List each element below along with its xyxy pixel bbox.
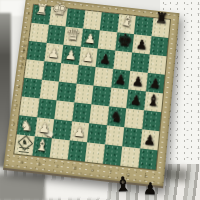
- piece-black-knight-f3[interactable]: ♞: [107, 107, 126, 125]
- table-highlight-bottom: [46, 179, 108, 199]
- square-g1[interactable]: [120, 146, 140, 167]
- square-e1[interactable]: [85, 142, 105, 163]
- chess-board-mat: abcdefgh 87654321 CHESS ♞ ♜♚♝♛♟♟♟♟♞♟♟♝♜♚…: [3, 0, 180, 188]
- piece-white-pawn-d2[interactable]: ♟: [70, 123, 89, 140]
- square-f2[interactable]: [105, 125, 125, 146]
- square-e2[interactable]: [87, 123, 107, 144]
- file-label-a: a: [13, 158, 32, 168]
- captured-black-pawn[interactable]: ♟: [143, 179, 158, 199]
- bishop-glyph: ♝: [34, 136, 50, 156]
- pawn-glyph: ♟: [84, 31, 97, 47]
- file-label-e: e: [83, 166, 102, 176]
- pawn-glyph: ♟: [81, 49, 94, 65]
- square-h1[interactable]: [138, 148, 158, 169]
- file-label-d: d: [66, 164, 85, 174]
- piece-black-pawn-f5[interactable]: ♟: [111, 71, 130, 88]
- square-e7[interactable]: [98, 30, 117, 50]
- square-f6[interactable]: [113, 51, 132, 71]
- pawn-glyph: ♟: [64, 47, 77, 63]
- file-label-c: c: [48, 162, 67, 172]
- pawn-glyph: ♟: [149, 75, 162, 91]
- piece-black-rook-h8[interactable]: ♜: [152, 9, 171, 28]
- piece-black-pawn-e6[interactable]: ♟: [96, 50, 115, 66]
- square-h3[interactable]: [142, 110, 161, 131]
- logo-caption-lines: [19, 147, 30, 153]
- knight-logo: ♞: [17, 136, 33, 154]
- captured-black-bishop[interactable]: ♝: [114, 172, 133, 197]
- square-h6[interactable]: [147, 54, 166, 74]
- piece-white-knight-a2[interactable]: ♞: [17, 116, 37, 134]
- table-shadow-bottom-left: [0, 174, 46, 200]
- bishop-glyph: ♝: [118, 11, 135, 31]
- pawn-glyph: ♟: [99, 51, 112, 67]
- file-label-b: b: [30, 160, 49, 170]
- square-e4[interactable]: [91, 86, 110, 107]
- piece-white-pawn-b2[interactable]: ♟: [35, 119, 54, 136]
- square-h7[interactable]: [149, 36, 168, 56]
- piece-white-pawn-d6[interactable]: ♟: [79, 48, 98, 64]
- queen-glyph: ♛: [65, 25, 81, 45]
- pawn-glyph: ♟: [135, 36, 148, 52]
- pawn-glyph: ♟: [38, 119, 52, 135]
- piece-white-pawn-d7[interactable]: ♟: [81, 30, 100, 46]
- king-glyph: ♚: [116, 29, 133, 50]
- square-e3[interactable]: [89, 104, 109, 125]
- pawn-glyph: ♟: [73, 123, 86, 139]
- square-f4[interactable]: [109, 88, 128, 109]
- square-g3[interactable]: [124, 108, 143, 129]
- piece-black-pawn-h5[interactable]: ♟: [146, 75, 165, 92]
- square-g2[interactable]: [122, 127, 142, 148]
- piece-black-king-f7[interactable]: ♚: [115, 29, 134, 50]
- rook-glyph: ♜: [34, 0, 49, 18]
- pawn-glyph: ♟: [114, 71, 127, 87]
- square-d8[interactable]: [83, 10, 102, 30]
- square-e8[interactable]: [100, 12, 119, 32]
- square-g8[interactable]: [134, 16, 153, 36]
- knight-glyph: ♞: [109, 107, 123, 124]
- rook-glyph: ♜: [154, 9, 169, 28]
- piece-black-bishop-h4[interactable]: ♝: [144, 91, 163, 111]
- square-d3[interactable]: [72, 102, 92, 123]
- photo-of-chess-board: abcdefgh 87654321 CHESS ♞ ♜♚♝♛♟♟♟♟♞♟♟♝♜♚…: [0, 0, 200, 200]
- knight-glyph: ♞: [20, 117, 33, 133]
- piece-black-pawn-g5[interactable]: ♟: [128, 73, 147, 90]
- piece-black-pawn-g4[interactable]: ♟: [126, 91, 145, 108]
- piece-black-pawn-g7[interactable]: ♟: [132, 36, 151, 52]
- pawn-glyph: ♟: [131, 73, 144, 89]
- square-d1[interactable]: [67, 140, 87, 161]
- square-e5[interactable]: [93, 67, 112, 88]
- square-g6[interactable]: [130, 52, 149, 72]
- piece-white-king-b8[interactable]: ♚: [50, 0, 69, 19]
- square-f1[interactable]: [102, 144, 122, 165]
- piece-white-pawn-b6[interactable]: ♟: [44, 45, 63, 61]
- king-glyph: ♚: [51, 0, 67, 18]
- piece-white-bishop-f8[interactable]: ♝: [117, 12, 136, 31]
- pawn-glyph: ♟: [129, 92, 142, 108]
- piece-white-bishop-b1[interactable]: ♝: [32, 135, 52, 155]
- piece-white-pawn-c6[interactable]: ♟: [61, 47, 80, 63]
- pawn-glyph: ♟: [47, 45, 60, 61]
- piece-black-pawn-h2[interactable]: ♟: [140, 131, 159, 148]
- pawn-glyph: ♟: [143, 131, 156, 147]
- bishop-glyph: ♝: [146, 91, 161, 110]
- square-d4[interactable]: [74, 84, 94, 105]
- square-d5[interactable]: [76, 65, 95, 86]
